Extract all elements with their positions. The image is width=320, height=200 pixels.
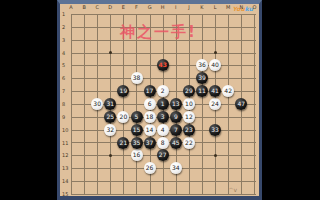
- move-number: 47: [237, 98, 245, 110]
- col-label-B: B: [79, 4, 89, 10]
- col-label-E: E: [118, 4, 128, 10]
- row-label-5: 5: [62, 62, 70, 68]
- col-label-A: A: [66, 4, 76, 10]
- stone-black-D9[interactable]: 25: [104, 111, 116, 123]
- move-number: 33: [211, 124, 219, 136]
- move-number: 4: [161, 124, 165, 136]
- move-number: 1: [161, 98, 165, 110]
- stone-black-I9[interactable]: 9: [170, 111, 182, 123]
- stone-black-G11[interactable]: 37: [144, 137, 156, 149]
- stone-white-D10[interactable]: 32: [104, 124, 116, 136]
- move-number: 34: [172, 162, 180, 174]
- row-label-13: 13: [62, 165, 70, 171]
- stone-white-I13[interactable]: 34: [170, 162, 182, 174]
- stone-white-J8[interactable]: 10: [183, 98, 195, 110]
- col-label-O: O: [249, 4, 259, 10]
- move-number: 41: [211, 85, 219, 97]
- stone-black-J10[interactable]: 23: [183, 124, 195, 136]
- stone-white-G13[interactable]: 26: [144, 162, 156, 174]
- move-number: 5: [135, 111, 139, 123]
- row-label-15: 15: [62, 191, 70, 197]
- star-point-L12: [214, 154, 217, 157]
- move-number: 14: [146, 124, 154, 136]
- move-number: 23: [185, 124, 193, 136]
- stone-black-H8[interactable]: 1: [157, 98, 169, 110]
- move-number: 43: [159, 59, 167, 71]
- stone-white-H7[interactable]: 2: [157, 85, 169, 97]
- stone-white-G9[interactable]: 18: [144, 111, 156, 123]
- move-number: 27: [159, 149, 167, 161]
- move-number: 3: [161, 111, 165, 123]
- row-label-10: 10: [62, 127, 70, 133]
- move-number: 39: [198, 72, 206, 84]
- move-number: 29: [185, 85, 193, 97]
- move-number: 10: [185, 98, 193, 110]
- move-number: 6: [148, 98, 152, 110]
- col-label-J: J: [184, 4, 194, 10]
- row-label-3: 3: [62, 37, 70, 43]
- stone-white-H10[interactable]: 4: [157, 124, 169, 136]
- row-label-7: 7: [62, 88, 70, 94]
- row-label-14: 14: [62, 178, 70, 184]
- move-number: 31: [106, 98, 114, 110]
- stone-white-J11[interactable]: 22: [183, 137, 195, 149]
- stone-black-H12[interactable]: 27: [157, 149, 169, 161]
- stone-white-G8[interactable]: 6: [144, 98, 156, 110]
- gomoku-board-panel: 神之一手! Youku ^v ABCDEFGHIJKLMNO1234567891…: [57, 0, 262, 200]
- col-label-D: D: [105, 4, 115, 10]
- move-number: 21: [120, 137, 128, 149]
- move-number: 18: [146, 111, 154, 123]
- row-label-12: 12: [62, 152, 70, 158]
- star-point-D4: [109, 51, 112, 54]
- stone-black-E11[interactable]: 21: [117, 137, 129, 149]
- move-number: 40: [211, 59, 219, 71]
- stone-black-F11[interactable]: 35: [131, 137, 143, 149]
- row-label-9: 9: [62, 114, 70, 120]
- row-label-11: 11: [62, 140, 70, 146]
- col-label-C: C: [92, 4, 102, 10]
- move-number: 45: [172, 137, 180, 149]
- stone-black-I11[interactable]: 45: [170, 137, 182, 149]
- stone-black-I10[interactable]: 7: [170, 124, 182, 136]
- star-point-D12: [109, 154, 112, 157]
- stone-black-L10[interactable]: 33: [209, 124, 221, 136]
- move-number: 2: [161, 85, 165, 97]
- stone-black-F10[interactable]: 15: [131, 124, 143, 136]
- stone-black-J7[interactable]: 29: [183, 85, 195, 97]
- move-number: 9: [174, 111, 178, 123]
- star-point-L4: [214, 51, 217, 54]
- col-label-N: N: [236, 4, 246, 10]
- move-number: 30: [93, 98, 101, 110]
- col-label-H: H: [158, 4, 168, 10]
- move-number: 17: [146, 85, 154, 97]
- col-label-L: L: [210, 4, 220, 10]
- col-label-M: M: [223, 4, 233, 10]
- corner-mark: ^v: [228, 186, 237, 193]
- col-label-F: F: [132, 4, 142, 10]
- move-number: 20: [120, 111, 128, 123]
- row-label-4: 4: [62, 50, 70, 56]
- move-number: 13: [172, 98, 180, 110]
- stone-black-F9[interactable]: 5: [131, 111, 143, 123]
- stone-black-I8[interactable]: 13: [170, 98, 182, 110]
- col-label-K: K: [197, 4, 207, 10]
- move-number: 7: [174, 124, 178, 136]
- col-label-I: I: [171, 4, 181, 10]
- stone-black-K7[interactable]: 11: [196, 85, 208, 97]
- move-number: 25: [106, 111, 114, 123]
- move-number: 12: [185, 111, 193, 123]
- move-number: 19: [120, 85, 128, 97]
- row-label-8: 8: [62, 101, 70, 107]
- move-number: 24: [211, 98, 219, 110]
- move-number: 37: [146, 137, 154, 149]
- move-number: 35: [133, 137, 141, 149]
- move-number: 15: [133, 124, 141, 136]
- stone-white-L8[interactable]: 24: [209, 98, 221, 110]
- move-number: 16: [133, 149, 141, 161]
- stone-black-G7[interactable]: 17: [144, 85, 156, 97]
- row-label-6: 6: [62, 75, 70, 81]
- move-number: 38: [133, 72, 141, 84]
- stone-white-F12[interactable]: 16: [131, 149, 143, 161]
- move-number: 22: [185, 137, 193, 149]
- move-number: 11: [198, 85, 206, 97]
- stone-white-H11[interactable]: 8: [157, 137, 169, 149]
- move-number: 36: [198, 59, 206, 71]
- row-label-2: 2: [62, 24, 70, 30]
- title-overlay: 神之一手!: [120, 23, 260, 42]
- row-label-1: 1: [62, 11, 70, 17]
- stone-white-G10[interactable]: 14: [144, 124, 156, 136]
- stone-black-H5[interactable]: 43: [157, 59, 169, 71]
- stone-black-H9[interactable]: 3: [157, 111, 169, 123]
- stone-white-F6[interactable]: 38: [131, 72, 143, 84]
- move-number: 26: [146, 162, 154, 174]
- move-number: 32: [106, 124, 114, 136]
- move-number: 42: [224, 85, 232, 97]
- video-frame: 神之一手! Youku ^v ABCDEFGHIJKLMNO1234567891…: [0, 0, 320, 200]
- move-number: 8: [161, 137, 165, 149]
- stone-white-J9[interactable]: 12: [183, 111, 195, 123]
- col-label-G: G: [145, 4, 155, 10]
